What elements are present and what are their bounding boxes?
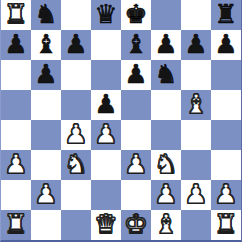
piece-white-king[interactable]: ♚: [124, 210, 147, 239]
square-g2[interactable]: ♟: [181, 180, 211, 210]
piece-white-pawn[interactable]: ♟: [184, 180, 207, 209]
piece-black-knight[interactable]: ♞: [34, 0, 57, 29]
square-c1[interactable]: [61, 210, 91, 240]
square-b4[interactable]: [31, 120, 61, 150]
square-d1[interactable]: ♛: [91, 210, 121, 240]
square-d3[interactable]: [91, 150, 121, 180]
piece-black-pawn[interactable]: ♟: [184, 30, 207, 59]
square-a3[interactable]: ♟: [1, 150, 31, 180]
piece-white-knight[interactable]: ♞: [154, 150, 177, 179]
square-h2[interactable]: ♟: [211, 180, 241, 210]
square-d5[interactable]: ♟: [91, 90, 121, 120]
square-f7[interactable]: ♟: [151, 30, 181, 60]
square-e2[interactable]: [121, 180, 151, 210]
square-a1[interactable]: ♜: [1, 210, 31, 240]
piece-white-pawn[interactable]: ♟: [64, 120, 87, 149]
piece-white-bishop[interactable]: ♝: [154, 210, 177, 239]
square-h1[interactable]: ♜: [211, 210, 241, 240]
piece-black-pawn[interactable]: ♟: [34, 60, 57, 89]
square-e1[interactable]: ♚: [121, 210, 151, 240]
square-c7[interactable]: ♟: [61, 30, 91, 60]
square-h4[interactable]: [211, 120, 241, 150]
square-b2[interactable]: ♟: [31, 180, 61, 210]
square-f5[interactable]: [151, 90, 181, 120]
piece-black-pawn[interactable]: ♟: [124, 60, 147, 89]
piece-white-rook[interactable]: ♜: [214, 210, 237, 239]
piece-white-rook[interactable]: ♜: [4, 210, 27, 239]
square-c2[interactable]: [61, 180, 91, 210]
piece-white-queen[interactable]: ♛: [94, 210, 117, 239]
square-g5[interactable]: ♝: [181, 90, 211, 120]
piece-white-pawn[interactable]: ♟: [94, 120, 117, 149]
square-g4[interactable]: [181, 120, 211, 150]
square-e8[interactable]: ♚: [121, 0, 151, 30]
piece-black-pawn[interactable]: ♟: [154, 30, 177, 59]
piece-black-knight[interactable]: ♞: [154, 60, 177, 89]
square-e7[interactable]: ♝: [121, 30, 151, 60]
square-f4[interactable]: [151, 120, 181, 150]
square-c6[interactable]: [61, 60, 91, 90]
square-h6[interactable]: [211, 60, 241, 90]
piece-black-queen[interactable]: ♛: [94, 0, 117, 29]
square-d6[interactable]: [91, 60, 121, 90]
square-h3[interactable]: [211, 150, 241, 180]
square-f1[interactable]: ♝: [151, 210, 181, 240]
piece-white-pawn[interactable]: ♟: [214, 180, 237, 209]
square-e3[interactable]: ♟: [121, 150, 151, 180]
square-g8[interactable]: [181, 0, 211, 30]
square-a8[interactable]: ♜: [1, 0, 31, 30]
square-d2[interactable]: [91, 180, 121, 210]
piece-black-pawn[interactable]: ♟: [94, 90, 117, 119]
piece-white-pawn[interactable]: ♟: [124, 150, 147, 179]
square-a7[interactable]: ♟: [1, 30, 31, 60]
piece-white-knight[interactable]: ♞: [64, 150, 87, 179]
square-f8[interactable]: [151, 0, 181, 30]
square-d8[interactable]: ♛: [91, 0, 121, 30]
piece-black-king[interactable]: ♚: [124, 0, 147, 29]
square-e6[interactable]: ♟: [121, 60, 151, 90]
square-c3[interactable]: ♞: [61, 150, 91, 180]
square-c5[interactable]: [61, 90, 91, 120]
piece-black-rook[interactable]: ♜: [214, 0, 237, 29]
square-f6[interactable]: ♞: [151, 60, 181, 90]
square-a4[interactable]: [1, 120, 31, 150]
piece-black-pawn[interactable]: ♟: [64, 30, 87, 59]
piece-white-pawn[interactable]: ♟: [34, 180, 57, 209]
square-g3[interactable]: [181, 150, 211, 180]
square-b8[interactable]: ♞: [31, 0, 61, 30]
piece-black-pawn[interactable]: ♟: [4, 30, 27, 59]
square-a2[interactable]: [1, 180, 31, 210]
square-g1[interactable]: [181, 210, 211, 240]
square-c8[interactable]: [61, 0, 91, 30]
piece-black-pawn[interactable]: ♟: [214, 30, 237, 59]
square-e5[interactable]: [121, 90, 151, 120]
square-a6[interactable]: [1, 60, 31, 90]
square-b1[interactable]: [31, 210, 61, 240]
square-h5[interactable]: [211, 90, 241, 120]
piece-black-bishop[interactable]: ♝: [34, 30, 57, 59]
square-h7[interactable]: ♟: [211, 30, 241, 60]
square-e4[interactable]: [121, 120, 151, 150]
square-b3[interactable]: [31, 150, 61, 180]
square-c4[interactable]: ♟: [61, 120, 91, 150]
piece-white-pawn[interactable]: ♟: [4, 150, 27, 179]
piece-black-bishop[interactable]: ♝: [124, 30, 147, 59]
piece-white-rook[interactable]: ♜: [4, 0, 27, 29]
square-b7[interactable]: ♝: [31, 30, 61, 60]
square-b5[interactable]: [31, 90, 61, 120]
square-f2[interactable]: ♟: [151, 180, 181, 210]
square-d4[interactable]: ♟: [91, 120, 121, 150]
piece-white-pawn[interactable]: ♟: [154, 180, 177, 209]
square-a5[interactable]: [1, 90, 31, 120]
square-g7[interactable]: ♟: [181, 30, 211, 60]
square-f3[interactable]: ♞: [151, 150, 181, 180]
square-d7[interactable]: [91, 30, 121, 60]
piece-white-bishop[interactable]: ♝: [184, 90, 207, 119]
square-g6[interactable]: [181, 60, 211, 90]
square-h8[interactable]: ♜: [211, 0, 241, 30]
square-b6[interactable]: ♟: [31, 60, 61, 90]
chess-board: ♜♞♛♚♜♟♝♟♝♟♟♟♟♟♞♟♝♟♟♟♞♟♞♟♟♟♟♜♛♚♝♜: [0, 0, 242, 242]
